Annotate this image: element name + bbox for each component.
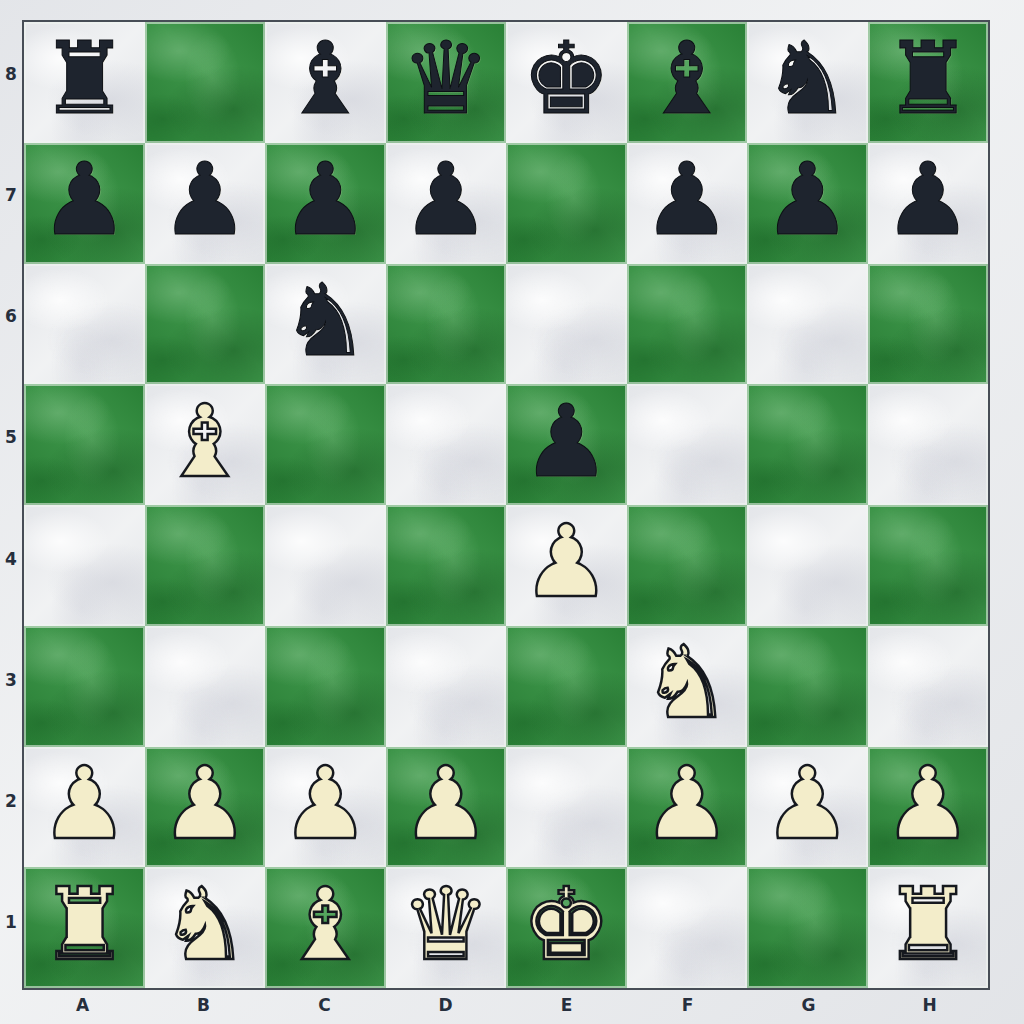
piece-white-bishop: ♝ — [160, 392, 250, 492]
square-g7[interactable]: ♟ — [747, 143, 868, 264]
piece-black-pawn: ♟ — [160, 150, 250, 250]
square-a8[interactable]: ♜ — [24, 22, 145, 143]
square-d3[interactable] — [386, 626, 507, 747]
square-d5[interactable] — [386, 384, 507, 505]
rank-label-5: 5 — [0, 384, 22, 505]
square-c2[interactable]: ♟ — [265, 747, 386, 868]
piece-black-rook: ♜ — [883, 29, 973, 129]
square-f7[interactable]: ♟ — [627, 143, 748, 264]
square-f5[interactable] — [627, 384, 748, 505]
piece-black-queen: ♛ — [401, 29, 491, 129]
square-h2[interactable]: ♟ — [868, 747, 989, 868]
square-b8[interactable] — [145, 22, 266, 143]
square-h5[interactable] — [868, 384, 989, 505]
square-g6[interactable] — [747, 264, 868, 385]
square-e2[interactable] — [506, 747, 627, 868]
piece-white-pawn: ♟ — [280, 754, 370, 854]
piece-black-pawn: ♟ — [642, 150, 732, 250]
square-d7[interactable]: ♟ — [386, 143, 507, 264]
piece-black-bishop: ♝ — [280, 29, 370, 129]
square-d2[interactable]: ♟ — [386, 747, 507, 868]
square-g3[interactable] — [747, 626, 868, 747]
rank-label-3: 3 — [0, 626, 22, 747]
square-e7[interactable] — [506, 143, 627, 264]
chess-diagram-page: { "game": "chess", "position": { "fen": … — [0, 0, 1024, 1024]
square-f3[interactable]: ♞ — [627, 626, 748, 747]
square-f8[interactable]: ♝ — [627, 22, 748, 143]
file-label-f: F — [627, 990, 748, 1022]
piece-black-pawn: ♟ — [762, 150, 852, 250]
square-a4[interactable] — [24, 505, 145, 626]
piece-white-pawn: ♟ — [39, 754, 129, 854]
square-d1[interactable]: ♛ — [386, 867, 507, 988]
square-e3[interactable] — [506, 626, 627, 747]
square-c3[interactable] — [265, 626, 386, 747]
square-b1[interactable]: ♞ — [145, 867, 266, 988]
square-e6[interactable] — [506, 264, 627, 385]
rank-label-7: 7 — [0, 141, 22, 262]
square-h1[interactable]: ♜ — [868, 867, 989, 988]
piece-white-king: ♚ — [521, 875, 611, 975]
square-f4[interactable] — [627, 505, 748, 626]
piece-black-knight: ♞ — [762, 29, 852, 129]
square-h6[interactable] — [868, 264, 989, 385]
rank-labels: 87654321 — [0, 20, 22, 990]
square-c4[interactable] — [265, 505, 386, 626]
piece-white-pawn: ♟ — [401, 754, 491, 854]
square-a1[interactable]: ♜ — [24, 867, 145, 988]
piece-white-queen: ♛ — [401, 875, 491, 975]
square-h8[interactable]: ♜ — [868, 22, 989, 143]
square-g5[interactable] — [747, 384, 868, 505]
piece-black-bishop: ♝ — [642, 29, 732, 129]
piece-white-bishop: ♝ — [280, 875, 370, 975]
piece-white-pawn: ♟ — [160, 754, 250, 854]
square-b4[interactable] — [145, 505, 266, 626]
piece-white-pawn: ♟ — [883, 754, 973, 854]
piece-white-knight: ♞ — [160, 875, 250, 975]
piece-black-king: ♚ — [521, 29, 611, 129]
square-a6[interactable] — [24, 264, 145, 385]
square-a3[interactable] — [24, 626, 145, 747]
rank-label-2: 2 — [0, 748, 22, 869]
square-g4[interactable] — [747, 505, 868, 626]
square-e1[interactable]: ♚ — [506, 867, 627, 988]
square-e4[interactable]: ♟ — [506, 505, 627, 626]
square-d8[interactable]: ♛ — [386, 22, 507, 143]
square-h3[interactable] — [868, 626, 989, 747]
square-d4[interactable] — [386, 505, 507, 626]
square-b6[interactable] — [145, 264, 266, 385]
square-a7[interactable]: ♟ — [24, 143, 145, 264]
square-f2[interactable]: ♟ — [627, 747, 748, 868]
square-b2[interactable]: ♟ — [145, 747, 266, 868]
rank-label-1: 1 — [0, 869, 22, 990]
square-g1[interactable] — [747, 867, 868, 988]
square-f6[interactable] — [627, 264, 748, 385]
file-label-b: B — [143, 990, 264, 1022]
piece-black-knight: ♞ — [280, 271, 370, 371]
square-c7[interactable]: ♟ — [265, 143, 386, 264]
square-f1[interactable] — [627, 867, 748, 988]
square-g2[interactable]: ♟ — [747, 747, 868, 868]
rank-label-8: 8 — [0, 20, 22, 141]
file-label-g: G — [748, 990, 869, 1022]
square-c1[interactable]: ♝ — [265, 867, 386, 988]
piece-white-pawn: ♟ — [762, 754, 852, 854]
rank-label-4: 4 — [0, 505, 22, 626]
square-h7[interactable]: ♟ — [868, 143, 989, 264]
piece-white-knight: ♞ — [642, 633, 732, 733]
square-e8[interactable]: ♚ — [506, 22, 627, 143]
file-labels: ABCDEFGH — [22, 990, 990, 1022]
chess-board: ♜♝♛♚♝♞♜♟♟♟♟♟♟♟♞♝♟♟♞♟♟♟♟♟♟♟♜♞♝♛♚♜ — [22, 20, 990, 990]
rank-label-6: 6 — [0, 263, 22, 384]
square-c8[interactable]: ♝ — [265, 22, 386, 143]
piece-white-pawn: ♟ — [521, 512, 611, 612]
file-label-e: E — [506, 990, 627, 1022]
piece-white-pawn: ♟ — [642, 754, 732, 854]
file-label-h: H — [869, 990, 990, 1022]
file-label-c: C — [264, 990, 385, 1022]
square-b5[interactable]: ♝ — [145, 384, 266, 505]
piece-black-pawn: ♟ — [39, 150, 129, 250]
piece-black-pawn: ♟ — [883, 150, 973, 250]
piece-black-pawn: ♟ — [280, 150, 370, 250]
square-b7[interactable]: ♟ — [145, 143, 266, 264]
square-g8[interactable]: ♞ — [747, 22, 868, 143]
piece-black-rook: ♜ — [39, 29, 129, 129]
piece-black-pawn: ♟ — [521, 392, 611, 492]
file-label-d: D — [385, 990, 506, 1022]
square-c6[interactable]: ♞ — [265, 264, 386, 385]
file-label-a: A — [22, 990, 143, 1022]
square-e5[interactable]: ♟ — [506, 384, 627, 505]
piece-black-pawn: ♟ — [401, 150, 491, 250]
square-h4[interactable] — [868, 505, 989, 626]
square-a2[interactable]: ♟ — [24, 747, 145, 868]
square-a5[interactable] — [24, 384, 145, 505]
piece-white-rook: ♜ — [39, 875, 129, 975]
piece-white-rook: ♜ — [883, 875, 973, 975]
square-b3[interactable] — [145, 626, 266, 747]
square-d6[interactable] — [386, 264, 507, 385]
square-c5[interactable] — [265, 384, 386, 505]
